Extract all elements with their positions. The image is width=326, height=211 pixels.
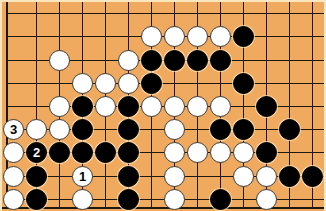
black-stone [279,119,300,140]
white-stone [49,50,70,71]
board-cell [71,2,94,25]
board-cell [71,25,94,48]
white-stone [187,142,208,163]
white-stone [164,189,185,210]
board-cell [140,2,163,25]
board-cell [71,48,94,71]
white-stone [49,96,70,117]
white-stone [164,96,185,117]
board-cell [117,72,140,95]
black-stone [164,50,185,71]
black-stone [72,96,93,117]
white-stone [72,73,93,94]
black-stone [118,189,139,210]
white-stone [233,166,254,187]
board-cell [301,48,324,71]
board-cell [186,141,209,164]
board-cell: 2 [25,141,48,164]
board-cell [25,48,48,71]
white-stone [256,166,277,187]
board-cell [94,165,117,188]
black-stone [210,50,231,71]
board-cell [94,25,117,48]
white-stone [49,119,70,140]
board-cell [278,72,301,95]
board-cell [71,95,94,118]
black-stone [302,166,323,187]
black-stone [118,96,139,117]
board-cell [140,165,163,188]
board-cell [209,95,232,118]
board-cell [94,72,117,95]
white-stone [210,96,231,117]
board-cell [232,118,255,141]
board-cell [117,25,140,48]
black-stone [256,142,277,163]
board-cell [25,2,48,25]
board-cell [163,95,186,118]
black-stone [72,119,93,140]
black-stone [118,166,139,187]
board-cell [140,72,163,95]
white-stone [95,73,116,94]
board-cell [71,72,94,95]
board-cell [25,165,48,188]
white-stone [233,142,254,163]
board-cell [209,165,232,188]
board-cell [255,48,278,71]
board-cell [94,48,117,71]
board-cell [232,141,255,164]
board-cell [186,25,209,48]
board-cell [232,25,255,48]
white-stone [210,142,231,163]
white-stone [187,26,208,47]
white-stone-move-1: 1 [72,166,93,187]
board-cell [301,95,324,118]
board-cell [163,141,186,164]
board-edge-bottom-line [2,207,324,209]
board-cell [140,48,163,71]
board-cell [117,48,140,71]
white-stone [141,96,162,117]
board-cell [209,118,232,141]
board-cell: 1 [71,165,94,188]
black-stone [233,26,254,47]
board-cell [278,95,301,118]
board-cell [232,165,255,188]
board-cell [25,72,48,95]
board-cell [278,48,301,71]
board-cell [163,165,186,188]
board-cell [140,141,163,164]
black-stone [233,73,254,94]
white-stone [164,119,185,140]
board-cell [301,25,324,48]
goban-grid: 321 [2,2,324,211]
white-stone [256,189,277,210]
board-cell [163,118,186,141]
white-stone [141,26,162,47]
black-stone [141,73,162,94]
white-stone [187,96,208,117]
black-stone [210,119,231,140]
board-cell [278,165,301,188]
board-cell [117,95,140,118]
black-stone [26,189,47,210]
black-stone [233,119,254,140]
white-stone [95,96,116,117]
board-cell [163,2,186,25]
board-cell [255,165,278,188]
board-cell [209,2,232,25]
black-stone [279,166,300,187]
board-cell [94,141,117,164]
board-cell [232,48,255,71]
board-cell [25,95,48,118]
board-cell [140,95,163,118]
black-stone [72,142,93,163]
board-cell [163,72,186,95]
black-stone [26,166,47,187]
board-cell [209,48,232,71]
board-cell [94,118,117,141]
board-cell [117,118,140,141]
board-cell [278,118,301,141]
board-cell [94,95,117,118]
board-cell [255,25,278,48]
black-stone-move-2: 2 [26,142,47,163]
board-cell [71,118,94,141]
board-cell [117,165,140,188]
board-cell [117,141,140,164]
board-cell [186,95,209,118]
board-cell [278,25,301,48]
board-cell [209,141,232,164]
black-stone [49,142,70,163]
board-cell [186,165,209,188]
board-cell [186,72,209,95]
board-cell [255,95,278,118]
board-cell [94,2,117,25]
board-cell [278,2,301,25]
board-cell [163,25,186,48]
board-cell [48,48,71,71]
white-stone [164,142,185,163]
black-stone [118,142,139,163]
board-cell [232,95,255,118]
board-cell [48,25,71,48]
board-cell [209,25,232,48]
board-cell [25,118,48,141]
board-cell [255,118,278,141]
board-cell [186,118,209,141]
board-cell [255,72,278,95]
board-cell [301,2,324,25]
board-cell [140,118,163,141]
black-stone [256,96,277,117]
board-cell [255,2,278,25]
board-cell [48,72,71,95]
board-cell [301,118,324,141]
black-stone [95,142,116,163]
black-stone [141,50,162,71]
board-cell [71,141,94,164]
board-cell [48,95,71,118]
board-cell [48,141,71,164]
board-cell [278,141,301,164]
black-stone [187,50,208,71]
board-cell [140,25,163,48]
board-cell [301,141,324,164]
board-cell [301,165,324,188]
white-stone [26,119,47,140]
board-cell [232,72,255,95]
white-stone [118,73,139,94]
white-stone [3,166,24,187]
board-cell [48,165,71,188]
white-stone [164,166,185,187]
black-stone [210,189,231,210]
board-cell [232,2,255,25]
white-stone [164,26,185,47]
board-cell [25,25,48,48]
board-cell [301,72,324,95]
white-stone [118,50,139,71]
go-diagram: 321 [0,0,326,211]
board-cell [209,72,232,95]
white-stone [72,189,93,210]
white-stone [3,142,24,163]
board-cell [117,2,140,25]
white-stone [3,189,24,210]
black-stone [118,119,139,140]
board-cell [48,2,71,25]
board-cell [255,141,278,164]
board-cell [48,118,71,141]
white-stone [210,26,231,47]
board-cell [186,2,209,25]
white-stone-move-3: 3 [3,119,24,140]
board-cell [163,48,186,71]
board-cell [186,48,209,71]
